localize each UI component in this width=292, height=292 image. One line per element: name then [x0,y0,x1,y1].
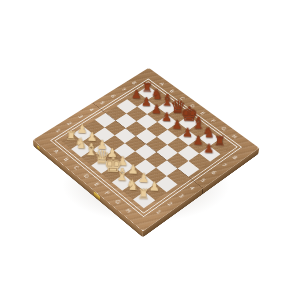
fold-seam-edge [202,188,203,195]
board-frame: ♜♞♝♛♚♝♞♜♟♟♟♟♟♟♟♟♟♟♟♟♟♟♟♟♜♞♝♛♚♝♞♜ ABCDEFG… [33,68,259,231]
product-photo: ♜♞♝♛♚♝♞♜♟♟♟♟♟♟♟♟♟♟♟♟♟♟♟♟♜♞♝♛♚♝♞♜ ABCDEFG… [0,0,292,292]
brass-hinge [37,145,40,151]
chessboard-scene: ♜♞♝♛♚♝♞♜♟♟♟♟♟♟♟♟♟♟♟♟♟♟♟♟♜♞♝♛♚♝♞♜ ABCDEFG… [33,68,259,231]
piece-black-pawn[interactable]: ♟ [201,142,217,155]
square-h1[interactable]: ♜ [133,192,155,209]
piece-white-rook[interactable]: ♜ [135,187,151,201]
scene-tilt: ♜♞♝♛♚♝♞♜♟♟♟♟♟♟♟♟♟♟♟♟♟♟♟♟♜♞♝♛♚♝♞♜ ABCDEFG… [0,0,292,292]
file-label-h: H [226,131,242,143]
brass-latch [94,191,100,200]
